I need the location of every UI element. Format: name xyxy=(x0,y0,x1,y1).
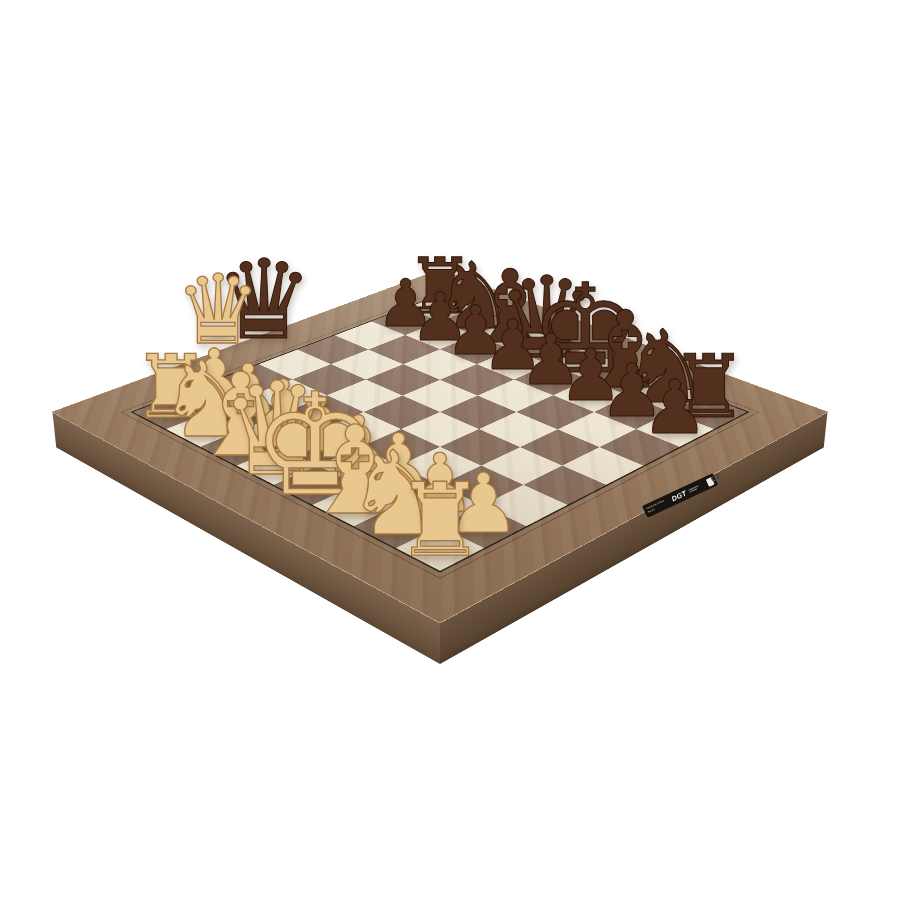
product-photo-scene: ♜♞♝♛♚♝♞♜♟♟♟♟♟♟♟♟♟♟♟♟♟♟♟♟♜♞♝♛♚♝♞♜♛♛ Elect… xyxy=(0,0,900,900)
square-c1 xyxy=(200,429,280,465)
chess-board xyxy=(51,269,829,623)
square-g2 xyxy=(398,485,483,526)
square-f5 xyxy=(479,412,557,447)
square-d3 xyxy=(323,412,401,447)
square-f4 xyxy=(440,429,520,465)
square-h4 xyxy=(523,466,606,506)
square-g4 xyxy=(481,447,562,485)
square-g3 xyxy=(440,466,523,506)
square-b1 xyxy=(166,412,244,447)
square-h1 xyxy=(396,526,485,571)
square-g6 xyxy=(557,412,635,447)
square-h7 xyxy=(636,412,714,447)
square-h2 xyxy=(440,505,527,548)
label-fineprint xyxy=(688,482,705,492)
square-g5 xyxy=(520,429,600,465)
square-e2 xyxy=(318,447,399,485)
square-f1 xyxy=(313,485,398,526)
square-e1 xyxy=(274,466,357,506)
square-h6 xyxy=(600,429,680,465)
square-e3 xyxy=(360,429,440,465)
square-d2 xyxy=(280,429,360,465)
square-h5 xyxy=(562,447,643,485)
square-h3 xyxy=(482,485,567,526)
square-e4 xyxy=(401,412,479,447)
square-f2 xyxy=(357,466,440,506)
square-d1 xyxy=(236,447,317,485)
spare-queen-shadow xyxy=(195,332,241,341)
square-f3 xyxy=(399,447,480,485)
square-c2 xyxy=(244,412,322,447)
square-g1 xyxy=(353,505,440,548)
